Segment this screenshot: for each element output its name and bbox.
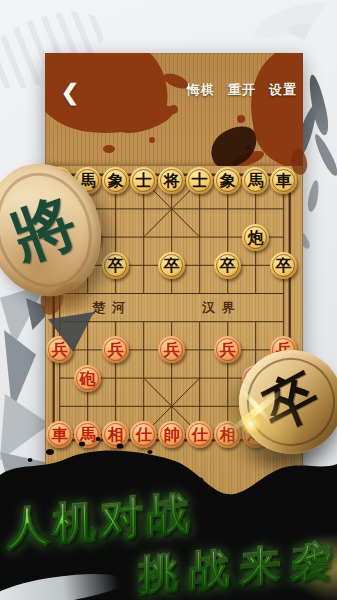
piece-red-r7c1[interactable]: 砲 bbox=[74, 365, 101, 392]
paint-dot bbox=[169, 105, 178, 114]
piece-black-r3c6[interactable]: 卒 bbox=[214, 252, 241, 279]
top-bar: ❮ 悔棋 重开 设置 bbox=[45, 53, 303, 166]
piece-label: 卒 bbox=[220, 258, 236, 274]
bamboo-leaf-icon bbox=[306, 179, 320, 212]
app-screen: { "game": "xiangqi (Chinese Chess) - hum… bbox=[0, 0, 337, 600]
bamboo-leaf-icon bbox=[311, 132, 337, 178]
piece-label: 兵 bbox=[52, 342, 68, 358]
piece-label: 士 bbox=[192, 173, 208, 189]
back-button[interactable]: ❮ bbox=[57, 77, 83, 109]
piece-label: 兵 bbox=[220, 342, 236, 358]
piece-label: 卒 bbox=[276, 258, 292, 274]
river-label-right: 汉界 bbox=[189, 299, 255, 317]
piece-label: 車 bbox=[276, 173, 292, 189]
piece-label: 兵 bbox=[108, 342, 124, 358]
piece-label: 象 bbox=[108, 173, 124, 189]
paint-dot bbox=[103, 145, 115, 153]
undo-button[interactable]: 悔棋 bbox=[187, 81, 215, 99]
paint-dot bbox=[237, 115, 245, 123]
settings-button[interactable]: 设置 bbox=[269, 81, 297, 99]
menu-bar: 悔棋 重开 设置 bbox=[187, 81, 297, 99]
piece-label: 士 bbox=[136, 173, 152, 189]
piece-black-r3c4[interactable]: 卒 bbox=[158, 252, 185, 279]
piece-label: 卒 bbox=[164, 258, 180, 274]
back-icon: ❮ bbox=[61, 80, 79, 105]
paint-dot bbox=[149, 137, 155, 143]
piece-label: 兵 bbox=[164, 342, 180, 358]
restart-button[interactable]: 重开 bbox=[228, 81, 256, 99]
piece-black-r3c8[interactable]: 卒 bbox=[270, 252, 297, 279]
piece-label: 象 bbox=[220, 173, 236, 189]
piece-label: 炮 bbox=[248, 230, 264, 246]
piece-label: 将 bbox=[164, 173, 180, 189]
piece-black-r2c7[interactable]: 炮 bbox=[242, 224, 269, 251]
piece-label: 馬 bbox=[248, 173, 264, 189]
piece-label: 砲 bbox=[80, 371, 96, 387]
